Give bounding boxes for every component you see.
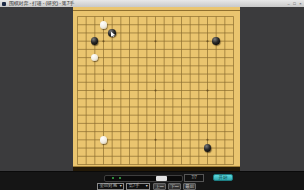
app-window: 围棋对弈 - 打谱 - (研究) - 第7手 – □ × 7/7 开始 全部对局… bbox=[0, 0, 304, 190]
chevron-down-icon: ▾ bbox=[120, 183, 122, 190]
app-icon bbox=[2, 2, 6, 6]
move-slider[interactable] bbox=[104, 175, 183, 182]
white-stone-C14 bbox=[91, 54, 99, 62]
start-button[interactable]: 开始 bbox=[213, 174, 233, 181]
white-stone-D4 bbox=[100, 136, 108, 144]
game-select-dropdown[interactable]: 全部对局 ▾ bbox=[97, 183, 124, 190]
game-select-value: 全部对局 bbox=[100, 183, 117, 190]
slider-thumb[interactable] bbox=[156, 176, 167, 181]
toolbar: 7/7 开始 全部对局 ▾ 第7手 ▾ 上一 下一 最后 bbox=[0, 171, 304, 190]
board-point-E17[interactable] bbox=[108, 29, 117, 37]
mouse-cursor-icon bbox=[111, 31, 116, 37]
white-stone-D18 bbox=[100, 21, 108, 29]
slider-tick bbox=[119, 177, 121, 179]
chevron-down-icon: ▾ bbox=[146, 183, 148, 190]
board-point-Q3[interactable] bbox=[203, 144, 212, 152]
go-board[interactable] bbox=[73, 7, 240, 171]
right-panel bbox=[240, 7, 304, 171]
board-point-R16[interactable] bbox=[212, 37, 221, 45]
slider-tick bbox=[112, 177, 114, 179]
board-point-D4[interactable] bbox=[99, 136, 108, 144]
close-button[interactable]: × bbox=[298, 1, 303, 6]
prev-move-button[interactable]: 上一 bbox=[153, 183, 166, 190]
window-title: 围棋对弈 - 打谱 - (研究) - 第7手 bbox=[9, 0, 74, 7]
titlebar: 围棋对弈 - 打谱 - (研究) - 第7手 – □ × bbox=[0, 0, 304, 7]
board-point-C16[interactable] bbox=[90, 37, 99, 45]
stones-layer bbox=[73, 12, 238, 168]
black-stone-E17 bbox=[108, 29, 116, 37]
black-stone-R16 bbox=[212, 37, 220, 45]
move-counter: 7/7 bbox=[184, 174, 204, 182]
maximize-button[interactable]: □ bbox=[292, 1, 297, 6]
board-point-D18[interactable] bbox=[99, 21, 108, 29]
minimize-button[interactable]: – bbox=[286, 1, 291, 6]
left-panel bbox=[0, 7, 73, 171]
move-select-value: 第7手 bbox=[129, 183, 140, 190]
next-move-button[interactable]: 下一 bbox=[168, 183, 181, 190]
move-select-dropdown[interactable]: 第7手 ▾ bbox=[126, 183, 150, 190]
board-point-C14[interactable] bbox=[90, 53, 99, 61]
window-controls: – □ × bbox=[286, 0, 303, 7]
last-move-button[interactable]: 最后 bbox=[183, 183, 196, 190]
black-stone-C16 bbox=[91, 37, 99, 45]
black-stone-Q3 bbox=[204, 144, 212, 152]
